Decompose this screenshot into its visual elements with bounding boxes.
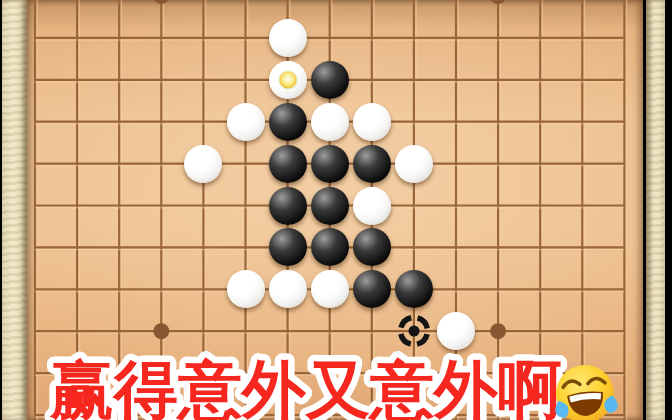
black-stone — [311, 145, 349, 183]
black-stone — [395, 270, 433, 308]
black-stone — [269, 145, 307, 183]
black-stone — [269, 228, 307, 266]
last-move-marker — [279, 71, 296, 88]
white-stone — [227, 270, 265, 308]
video-frame: 赢得意外又意外啊 — [0, 0, 672, 420]
star-point — [153, 323, 169, 339]
target-move-marker-icon[interactable] — [392, 309, 436, 353]
white-stone — [395, 145, 433, 183]
star-point — [490, 323, 506, 339]
table-mat-right — [646, 0, 665, 420]
star-point — [490, 0, 506, 4]
black-stone — [311, 187, 349, 225]
star-point — [153, 0, 169, 4]
table-mat-left — [2, 0, 27, 420]
white-stone — [353, 103, 391, 141]
black-stone — [269, 103, 307, 141]
white-stone — [269, 270, 307, 308]
black-stone — [311, 228, 349, 266]
black-stone — [269, 187, 307, 225]
white-stone — [311, 103, 349, 141]
white-stone — [353, 187, 391, 225]
white-stone — [269, 61, 307, 99]
black-stone — [353, 228, 391, 266]
white-stone — [227, 103, 265, 141]
black-stone — [353, 145, 391, 183]
gomoku-board[interactable] — [27, 0, 643, 420]
white-stone — [269, 19, 307, 57]
black-stone — [311, 61, 349, 99]
white-stone — [184, 145, 222, 183]
white-stone — [437, 312, 475, 350]
white-stone — [311, 270, 349, 308]
black-stone — [353, 270, 391, 308]
